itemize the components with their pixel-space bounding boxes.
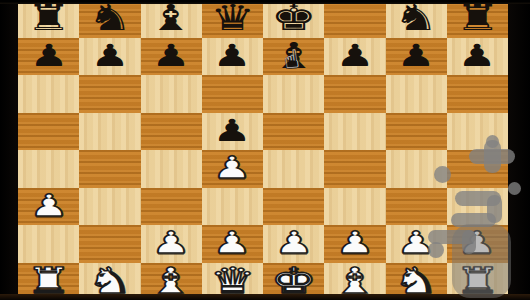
square-e6[interactable] xyxy=(263,75,324,113)
square-g8[interactable]: ♞ xyxy=(386,0,447,38)
square-e5[interactable] xyxy=(263,113,324,151)
piece-white-pawn: ♟ xyxy=(335,229,374,259)
piece-black-pawn: ♟ xyxy=(213,41,252,71)
piece-black-king: ♚ xyxy=(271,1,317,37)
square-h4[interactable] xyxy=(447,150,508,188)
square-a4[interactable] xyxy=(18,150,79,188)
square-g3[interactable] xyxy=(386,188,447,226)
square-a8[interactable]: ♜ xyxy=(18,0,79,38)
square-c4[interactable] xyxy=(141,150,202,188)
square-c8[interactable]: ♝ xyxy=(141,0,202,38)
square-g4[interactable] xyxy=(386,150,447,188)
square-h6[interactable] xyxy=(447,75,508,113)
piece-white-pawn: ♟ xyxy=(29,191,68,221)
piece-white-pawn: ♟ xyxy=(397,229,436,259)
square-e4[interactable] xyxy=(263,150,324,188)
piece-black-pawn: ♟ xyxy=(29,41,68,71)
square-c7[interactable]: ♟ xyxy=(141,38,202,76)
pillarbox-bar-right xyxy=(508,0,530,300)
square-h8[interactable]: ♜ xyxy=(447,0,508,38)
square-e8[interactable]: ♚ xyxy=(263,0,324,38)
square-c6[interactable] xyxy=(141,75,202,113)
piece-white-pawn: ♟ xyxy=(213,154,252,184)
square-f4[interactable] xyxy=(324,150,385,188)
piece-black-queen: ♛ xyxy=(210,1,256,37)
piece-black-rook: ♜ xyxy=(26,1,72,37)
pillarbox-bar-left xyxy=(0,0,18,300)
piece-black-bishop: ♝ xyxy=(148,1,194,37)
square-b4[interactable] xyxy=(79,150,140,188)
square-b3[interactable] xyxy=(79,188,140,226)
square-c3[interactable] xyxy=(141,188,202,226)
square-e3[interactable] xyxy=(263,188,324,226)
square-g6[interactable] xyxy=(386,75,447,113)
square-d2[interactable]: ♟ xyxy=(202,225,263,263)
square-f6[interactable] xyxy=(324,75,385,113)
piece-black-pawn: ♟ xyxy=(458,41,497,71)
square-e2[interactable]: ♟ xyxy=(263,225,324,263)
square-h5[interactable] xyxy=(447,113,508,151)
piece-black-knight: ♞ xyxy=(393,1,439,37)
square-h3[interactable] xyxy=(447,188,508,226)
chess-board: ♜♞♝♛♚♞♜♟♟♟♟♝♟♟♟♟♟♟♟♟♟♟♟♟♜♞♝♛♚♝♞♜ xyxy=(18,0,508,300)
square-f8[interactable] xyxy=(324,0,385,38)
square-d4[interactable]: ♟ xyxy=(202,150,263,188)
square-g2[interactable]: ♟ xyxy=(386,225,447,263)
piece-black-pawn: ♟ xyxy=(152,41,191,71)
square-c2[interactable]: ♟ xyxy=(141,225,202,263)
piece-black-bishop: ♝ xyxy=(271,38,317,74)
square-h2[interactable]: ♟ xyxy=(447,225,508,263)
square-a3[interactable]: ♟ xyxy=(18,188,79,226)
square-b6[interactable] xyxy=(79,75,140,113)
square-a6[interactable] xyxy=(18,75,79,113)
square-b5[interactable] xyxy=(79,113,140,151)
piece-black-rook: ♜ xyxy=(455,1,501,37)
square-e7[interactable]: ♝ xyxy=(263,38,324,76)
video-frame: ♜♞♝♛♚♞♜♟♟♟♟♝♟♟♟♟♟♟♟♟♟♟♟♟♜♞♝♛♚♝♞♜ ☝ xyxy=(0,0,530,300)
square-d6[interactable] xyxy=(202,75,263,113)
square-f7[interactable]: ♟ xyxy=(324,38,385,76)
square-f3[interactable] xyxy=(324,188,385,226)
piece-black-pawn: ♟ xyxy=(213,116,252,146)
square-b7[interactable]: ♟ xyxy=(79,38,140,76)
piece-white-pawn: ♟ xyxy=(458,229,497,259)
frame-edge-top xyxy=(0,0,530,4)
frame-edge-bottom xyxy=(0,294,530,300)
square-d3[interactable] xyxy=(202,188,263,226)
square-b2[interactable] xyxy=(79,225,140,263)
square-g5[interactable] xyxy=(386,113,447,151)
piece-white-pawn: ♟ xyxy=(274,229,313,259)
piece-white-pawn: ♟ xyxy=(152,229,191,259)
square-f5[interactable] xyxy=(324,113,385,151)
square-h7[interactable]: ♟ xyxy=(447,38,508,76)
piece-white-pawn: ♟ xyxy=(213,229,252,259)
piece-black-knight: ♞ xyxy=(87,1,133,37)
square-a7[interactable]: ♟ xyxy=(18,38,79,76)
square-a2[interactable] xyxy=(18,225,79,263)
square-a5[interactable] xyxy=(18,113,79,151)
piece-black-pawn: ♟ xyxy=(90,41,129,71)
piece-black-pawn: ♟ xyxy=(397,41,436,71)
square-g7[interactable]: ♟ xyxy=(386,38,447,76)
square-c5[interactable] xyxy=(141,113,202,151)
square-d7[interactable]: ♟ xyxy=(202,38,263,76)
square-d5[interactable]: ♟ xyxy=(202,113,263,151)
square-d8[interactable]: ♛ xyxy=(202,0,263,38)
square-f2[interactable]: ♟ xyxy=(324,225,385,263)
piece-black-pawn: ♟ xyxy=(335,41,374,71)
square-b8[interactable]: ♞ xyxy=(79,0,140,38)
